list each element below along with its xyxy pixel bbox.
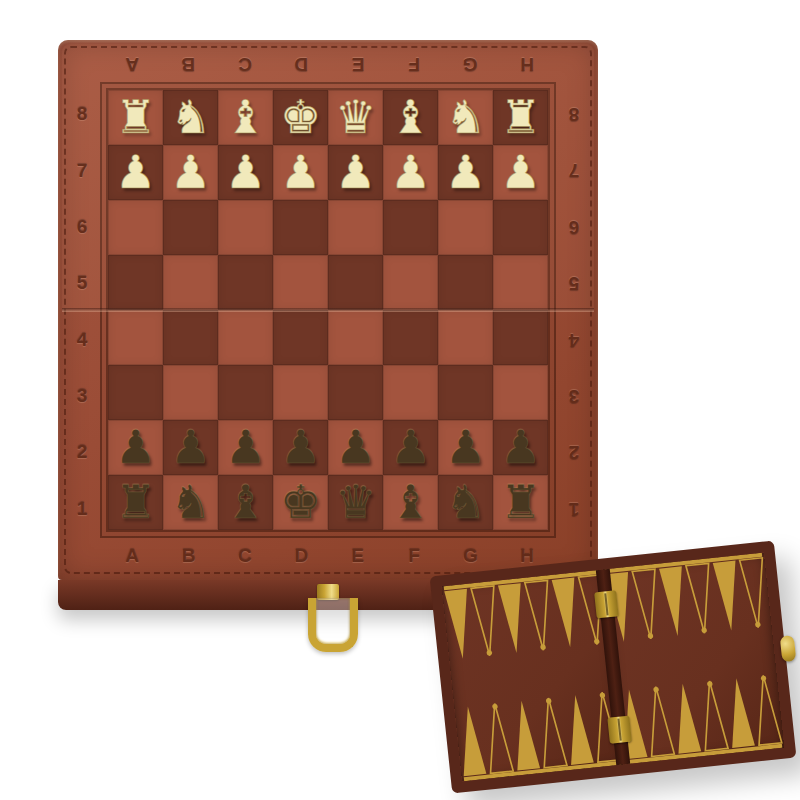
rank-label-6: 6 — [67, 199, 97, 255]
square-d8[interactable]: ♚ — [273, 90, 328, 145]
file-label-b: B — [160, 48, 216, 80]
white-pawn[interactable]: ♟ — [225, 145, 266, 200]
white-rook[interactable]: ♜ — [115, 90, 156, 145]
points-quadrant-top-left[interactable] — [442, 570, 611, 666]
rank-label-6: 6 — [559, 199, 589, 255]
backgammon-point[interactable] — [740, 558, 770, 629]
square-g1[interactable]: ♞ — [438, 475, 493, 530]
backgammon-box — [430, 541, 797, 794]
square-g2[interactable]: ♟ — [438, 420, 493, 475]
square-b7[interactable]: ♟ — [163, 145, 218, 200]
square-e8[interactable]: ♛ — [328, 90, 383, 145]
chess-grid: ♜♞♝♚♛♝♞♜♟♟♟♟♟♟♟♟♟♟♟♟♟♟♟♟♜♞♝♚♛♝♞♜ — [106, 88, 550, 532]
brass-hinge — [594, 590, 619, 618]
backgammon-point[interactable] — [525, 580, 555, 651]
backgammon-point[interactable] — [537, 697, 567, 768]
square-h8[interactable]: ♜ — [493, 90, 548, 145]
backgammon-point[interactable] — [456, 705, 486, 776]
white-pawn[interactable]: ♟ — [500, 145, 541, 200]
square-e2[interactable]: ♟ — [328, 420, 383, 475]
white-pawn[interactable]: ♟ — [170, 145, 211, 200]
square-f2[interactable]: ♟ — [383, 420, 438, 475]
white-knight[interactable]: ♞ — [445, 90, 486, 145]
square-f3[interactable] — [383, 365, 438, 420]
black-pawn[interactable]: ♟ — [170, 420, 211, 475]
square-e7[interactable]: ♟ — [328, 145, 383, 200]
latch-loop — [308, 598, 358, 652]
file-label-c: C — [217, 540, 273, 572]
file-label-e: E — [330, 48, 386, 80]
file-label-d: D — [273, 48, 329, 80]
file-label-a: A — [104, 48, 160, 80]
black-king[interactable]: ♚ — [280, 475, 321, 530]
rank-label-7: 7 — [559, 142, 589, 198]
rank-label-5: 5 — [67, 255, 97, 311]
square-f6[interactable] — [383, 200, 438, 255]
rank-label-4: 4 — [559, 312, 589, 368]
square-c6[interactable] — [218, 200, 273, 255]
square-g6[interactable] — [438, 200, 493, 255]
square-e1[interactable]: ♛ — [328, 475, 383, 530]
file-label-f: F — [386, 48, 442, 80]
black-rook[interactable]: ♜ — [500, 475, 541, 530]
white-bishop[interactable]: ♝ — [390, 90, 431, 145]
backgammon-point[interactable] — [713, 561, 743, 632]
square-c5[interactable] — [218, 255, 273, 310]
backgammon-point[interactable] — [444, 589, 474, 660]
backgammon-point[interactable] — [564, 694, 594, 765]
square-b2[interactable]: ♟ — [163, 420, 218, 475]
white-rook[interactable]: ♜ — [500, 90, 541, 145]
points-quadrant-bottom-left[interactable] — [454, 685, 623, 781]
square-c2[interactable]: ♟ — [218, 420, 273, 475]
square-g4[interactable] — [438, 310, 493, 365]
square-f7[interactable]: ♟ — [383, 145, 438, 200]
square-b1[interactable]: ♞ — [163, 475, 218, 530]
file-label-g: G — [442, 540, 498, 572]
black-pawn[interactable]: ♟ — [225, 420, 266, 475]
square-h2[interactable]: ♟ — [493, 420, 548, 475]
black-knight[interactable]: ♞ — [170, 475, 211, 530]
square-d3[interactable] — [273, 365, 328, 420]
rank-label-1: 1 — [67, 481, 97, 537]
square-b8[interactable]: ♞ — [163, 90, 218, 145]
file-label-c: C — [217, 48, 273, 80]
backgammon-point[interactable] — [725, 677, 755, 748]
square-b4[interactable] — [163, 310, 218, 365]
square-c4[interactable] — [218, 310, 273, 365]
rank-label-4: 4 — [67, 312, 97, 368]
black-knight[interactable]: ♞ — [445, 475, 486, 530]
rank-label-7: 7 — [67, 142, 97, 198]
square-g8[interactable]: ♞ — [438, 90, 493, 145]
embossed-inner-frame: ♜♞♝♚♛♝♞♜♟♟♟♟♟♟♟♟♟♟♟♟♟♟♟♟♜♞♝♚♛♝♞♜ — [100, 82, 556, 538]
file-labels-bottom: ABCDEFGH — [104, 540, 555, 572]
rank-label-2: 2 — [67, 424, 97, 480]
square-a4[interactable] — [108, 310, 163, 365]
square-c8[interactable]: ♝ — [218, 90, 273, 145]
square-g7[interactable]: ♟ — [438, 145, 493, 200]
points-quadrant-top-right[interactable] — [603, 553, 772, 649]
square-e6[interactable] — [328, 200, 383, 255]
file-label-d: D — [273, 540, 329, 572]
backgammon-point[interactable] — [659, 566, 689, 637]
backgammon-point[interactable] — [510, 700, 540, 771]
square-d6[interactable] — [273, 200, 328, 255]
backgammon-point[interactable] — [686, 563, 716, 634]
white-pawn[interactable]: ♟ — [390, 145, 431, 200]
square-h7[interactable]: ♟ — [493, 145, 548, 200]
square-d5[interactable] — [273, 255, 328, 310]
black-queen[interactable]: ♛ — [335, 475, 376, 530]
square-g3[interactable] — [438, 365, 493, 420]
square-e4[interactable] — [328, 310, 383, 365]
black-pawn[interactable]: ♟ — [280, 420, 321, 475]
black-pawn[interactable]: ♟ — [500, 420, 541, 475]
rank-label-8: 8 — [559, 86, 589, 142]
square-f8[interactable]: ♝ — [383, 90, 438, 145]
square-d4[interactable] — [273, 310, 328, 365]
rank-label-3: 3 — [67, 368, 97, 424]
black-pawn[interactable]: ♟ — [445, 420, 486, 475]
white-queen[interactable]: ♛ — [335, 90, 376, 145]
rank-label-3: 3 — [559, 368, 589, 424]
square-f1[interactable]: ♝ — [383, 475, 438, 530]
square-h6[interactable] — [493, 200, 548, 255]
backgammon-point[interactable] — [498, 583, 528, 654]
white-pawn[interactable]: ♟ — [335, 145, 376, 200]
backgammon-point[interactable] — [632, 569, 662, 640]
square-f5[interactable] — [383, 255, 438, 310]
brass-hinge — [607, 716, 632, 744]
square-a3[interactable] — [108, 365, 163, 420]
backgammon-interior — [442, 553, 785, 782]
brass-clasp[interactable] — [780, 635, 797, 662]
backgammon-point[interactable] — [698, 680, 728, 751]
black-bishop[interactable]: ♝ — [225, 475, 266, 530]
rank-label-5: 5 — [559, 255, 589, 311]
square-a6[interactable] — [108, 200, 163, 255]
chess-board-box: ABCDEFGH ABCDEFGH 87654321 87654321 ♜♞♝♚… — [58, 40, 598, 610]
square-f4[interactable] — [383, 310, 438, 365]
backgammon-point[interactable] — [644, 685, 674, 756]
rank-labels-right: 87654321 — [559, 86, 589, 537]
file-label-b: B — [160, 540, 216, 572]
square-c1[interactable]: ♝ — [218, 475, 273, 530]
file-label-h: H — [499, 48, 555, 80]
square-h1[interactable]: ♜ — [493, 475, 548, 530]
white-pawn[interactable]: ♟ — [280, 145, 321, 200]
square-d1[interactable]: ♚ — [273, 475, 328, 530]
square-h5[interactable] — [493, 255, 548, 310]
white-pawn[interactable]: ♟ — [445, 145, 486, 200]
rank-label-1: 1 — [559, 481, 589, 537]
backgammon-point[interactable] — [483, 702, 513, 773]
white-pawn[interactable]: ♟ — [115, 145, 156, 200]
black-pawn[interactable]: ♟ — [390, 420, 431, 475]
brass-latch[interactable] — [308, 584, 348, 654]
white-knight[interactable]: ♞ — [170, 90, 211, 145]
square-d7[interactable]: ♟ — [273, 145, 328, 200]
black-pawn[interactable]: ♟ — [115, 420, 156, 475]
black-pawn[interactable]: ♟ — [335, 420, 376, 475]
square-e5[interactable] — [328, 255, 383, 310]
square-a8[interactable]: ♜ — [108, 90, 163, 145]
square-g5[interactable] — [438, 255, 493, 310]
rank-label-2: 2 — [559, 424, 589, 480]
white-bishop[interactable]: ♝ — [225, 90, 266, 145]
chess-board-top: ABCDEFGH ABCDEFGH 87654321 87654321 ♜♞♝♚… — [58, 40, 598, 580]
square-c3[interactable] — [218, 365, 273, 420]
backgammon-point[interactable] — [471, 586, 501, 657]
square-b3[interactable] — [163, 365, 218, 420]
square-b6[interactable] — [163, 200, 218, 255]
file-label-e: E — [330, 540, 386, 572]
points-quadrant-bottom-right[interactable] — [615, 668, 784, 764]
square-a1[interactable]: ♜ — [108, 475, 163, 530]
square-a7[interactable]: ♟ — [108, 145, 163, 200]
square-c7[interactable]: ♟ — [218, 145, 273, 200]
black-bishop[interactable]: ♝ — [390, 475, 431, 530]
square-b5[interactable] — [163, 255, 218, 310]
square-h3[interactable] — [493, 365, 548, 420]
square-e3[interactable] — [328, 365, 383, 420]
square-d2[interactable]: ♟ — [273, 420, 328, 475]
rank-label-8: 8 — [67, 86, 97, 142]
file-label-g: G — [442, 48, 498, 80]
file-label-a: A — [104, 540, 160, 572]
backgammon-point[interactable] — [752, 674, 782, 745]
file-labels-top: ABCDEFGH — [104, 48, 555, 80]
square-a2[interactable]: ♟ — [108, 420, 163, 475]
backgammon-point[interactable] — [671, 683, 701, 754]
square-h4[interactable] — [493, 310, 548, 365]
file-label-f: F — [386, 540, 442, 572]
backgammon-point[interactable] — [552, 578, 582, 649]
square-a5[interactable] — [108, 255, 163, 310]
black-rook[interactable]: ♜ — [115, 475, 156, 530]
rank-labels-left: 87654321 — [67, 86, 97, 537]
white-king[interactable]: ♚ — [280, 90, 321, 145]
